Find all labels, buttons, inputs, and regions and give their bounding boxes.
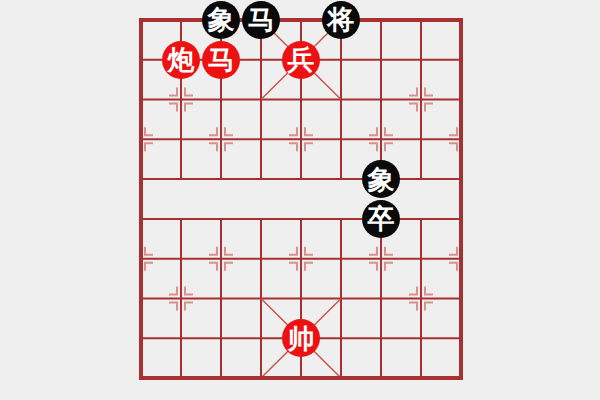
- board-point-2-7[interactable]: [161, 239, 201, 279]
- board-point-8-5[interactable]: [401, 159, 441, 199]
- board-point-9-10[interactable]: [441, 358, 481, 398]
- board-point-8-2[interactable]: [401, 40, 441, 80]
- board-point-3-6[interactable]: [201, 199, 241, 239]
- board-point-6-10[interactable]: [321, 358, 361, 398]
- board-point-9-8[interactable]: [441, 278, 481, 318]
- board-point-4-4[interactable]: [241, 119, 281, 159]
- board-point-3-5[interactable]: [201, 159, 241, 199]
- board-point-1-3[interactable]: [121, 80, 161, 120]
- board-point-7-10[interactable]: [361, 358, 401, 398]
- board-point-6-7[interactable]: [321, 239, 361, 279]
- board-point-9-3[interactable]: [441, 80, 481, 120]
- board-point-6-4[interactable]: [321, 119, 361, 159]
- board-point-1-9[interactable]: [121, 318, 161, 358]
- piece-black-elephant[interactable]: 象: [362, 160, 400, 198]
- board-point-9-6[interactable]: [441, 199, 481, 239]
- board-point-4-5[interactable]: [241, 159, 281, 199]
- board-point-3-4[interactable]: [201, 119, 241, 159]
- board-point-3-3[interactable]: [201, 80, 241, 120]
- board-point-6-8[interactable]: [321, 278, 361, 318]
- piece-black-horse[interactable]: 马: [242, 1, 280, 39]
- board-point-9-7[interactable]: [441, 239, 481, 279]
- board-point-9-1[interactable]: [441, 0, 481, 40]
- board-point-9-2[interactable]: [441, 40, 481, 80]
- board-point-6-5[interactable]: [321, 159, 361, 199]
- board-point-5-6[interactable]: [281, 199, 321, 239]
- board-point-4-10[interactable]: [241, 358, 281, 398]
- board-point-4-6[interactable]: [241, 199, 281, 239]
- piece-red-soldier[interactable]: 兵: [282, 41, 320, 79]
- board-point-7-2[interactable]: [361, 40, 401, 80]
- board-point-3-1[interactable]: 象: [201, 0, 241, 40]
- board-point-7-1[interactable]: [361, 0, 401, 40]
- board-point-7-3[interactable]: [361, 80, 401, 120]
- board-point-6-1[interactable]: 将: [321, 0, 361, 40]
- board-point-4-2[interactable]: [241, 40, 281, 80]
- board-point-8-1[interactable]: [401, 0, 441, 40]
- piece-red-horse[interactable]: 马: [202, 41, 240, 79]
- board-point-7-5[interactable]: 象: [361, 159, 401, 199]
- board-point-5-10[interactable]: [281, 358, 321, 398]
- board-point-8-9[interactable]: [401, 318, 441, 358]
- board-point-9-5[interactable]: [441, 159, 481, 199]
- board-point-3-10[interactable]: [201, 358, 241, 398]
- board-point-1-10[interactable]: [121, 358, 161, 398]
- board-point-6-9[interactable]: [321, 318, 361, 358]
- board-point-4-9[interactable]: [241, 318, 281, 358]
- board-point-6-2[interactable]: [321, 40, 361, 80]
- board-point-8-10[interactable]: [401, 358, 441, 398]
- board-point-5-2[interactable]: 兵: [281, 40, 321, 80]
- board-point-1-5[interactable]: [121, 159, 161, 199]
- board-point-2-8[interactable]: [161, 278, 201, 318]
- board-point-1-6[interactable]: [121, 199, 161, 239]
- board-point-4-8[interactable]: [241, 278, 281, 318]
- board-point-3-7[interactable]: [201, 239, 241, 279]
- board-point-1-2[interactable]: [121, 40, 161, 80]
- board-point-5-1[interactable]: [281, 0, 321, 40]
- board-point-7-4[interactable]: [361, 119, 401, 159]
- board-point-2-9[interactable]: [161, 318, 201, 358]
- piece-black-general[interactable]: 将: [322, 1, 360, 39]
- board-point-1-1[interactable]: [121, 0, 161, 40]
- board-point-3-2[interactable]: 马: [201, 40, 241, 80]
- board-point-3-8[interactable]: [201, 278, 241, 318]
- board-point-2-6[interactable]: [161, 199, 201, 239]
- board-point-2-2[interactable]: 炮: [161, 40, 201, 80]
- board-point-1-8[interactable]: [121, 278, 161, 318]
- piece-red-general[interactable]: 帅: [282, 319, 320, 357]
- piece-black-elephant[interactable]: 象: [202, 1, 240, 39]
- board-point-2-5[interactable]: [161, 159, 201, 199]
- board-point-5-3[interactable]: [281, 80, 321, 120]
- board-point-3-9[interactable]: [201, 318, 241, 358]
- board-point-8-7[interactable]: [401, 239, 441, 279]
- board-point-7-9[interactable]: [361, 318, 401, 358]
- board-point-5-7[interactable]: [281, 239, 321, 279]
- board-point-8-8[interactable]: [401, 278, 441, 318]
- board-point-7-8[interactable]: [361, 278, 401, 318]
- board-point-7-7[interactable]: [361, 239, 401, 279]
- board-point-4-3[interactable]: [241, 80, 281, 120]
- board-point-2-1[interactable]: [161, 0, 201, 40]
- board-point-6-3[interactable]: [321, 80, 361, 120]
- board-point-5-5[interactable]: [281, 159, 321, 199]
- board-point-1-7[interactable]: [121, 239, 161, 279]
- board-point-5-9[interactable]: 帅: [281, 318, 321, 358]
- board-point-5-8[interactable]: [281, 278, 321, 318]
- board-point-5-4[interactable]: [281, 119, 321, 159]
- board-point-7-6[interactable]: 卒: [361, 199, 401, 239]
- board-point-8-3[interactable]: [401, 80, 441, 120]
- board-point-1-4[interactable]: [121, 119, 161, 159]
- board-point-4-7[interactable]: [241, 239, 281, 279]
- board-point-2-4[interactable]: [161, 119, 201, 159]
- board-point-8-4[interactable]: [401, 119, 441, 159]
- board-point-9-9[interactable]: [441, 318, 481, 358]
- board-point-4-1[interactable]: 马: [241, 0, 281, 40]
- board-point-8-6[interactable]: [401, 199, 441, 239]
- board-point-2-10[interactable]: [161, 358, 201, 398]
- board-grid: 象马将炮马兵象卒帅: [121, 0, 481, 398]
- board-point-9-4[interactable]: [441, 119, 481, 159]
- board-point-6-6[interactable]: [321, 199, 361, 239]
- xiangqi-diagram: 象马将炮马兵象卒帅: [0, 0, 600, 400]
- board-point-2-3[interactable]: [161, 80, 201, 120]
- piece-black-soldier[interactable]: 卒: [362, 200, 400, 238]
- piece-red-cannon[interactable]: 炮: [162, 41, 200, 79]
